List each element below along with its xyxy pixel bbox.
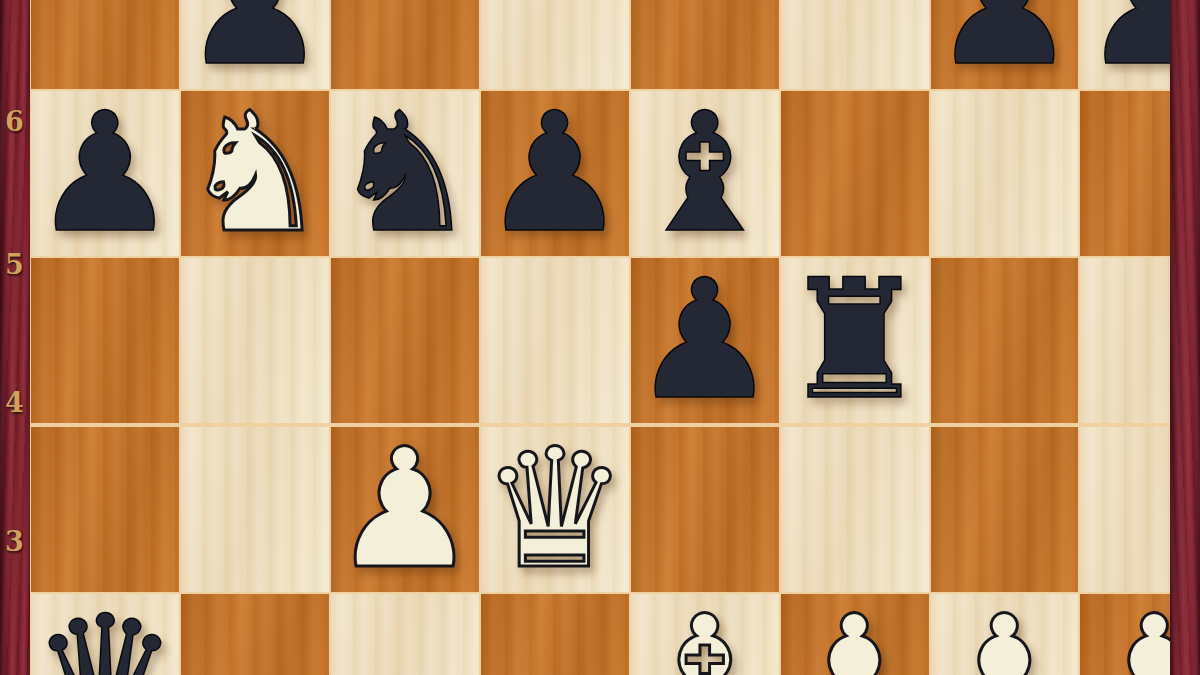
black-pawn-icon[interactable]: ♟: [931, 0, 1079, 89]
black-bishop-icon[interactable]: ♝: [631, 91, 779, 256]
square-c3[interactable]: ♟: [330, 426, 480, 593]
square-g3[interactable]: [930, 426, 1080, 593]
square-b6[interactable]: ♞: [180, 90, 330, 257]
square-e5[interactable]: ♟: [630, 257, 780, 424]
square-f6[interactable]: [780, 90, 930, 257]
white-queen-icon[interactable]: ♛: [481, 427, 629, 592]
square-a3[interactable]: [30, 426, 180, 593]
square-c2[interactable]: [330, 593, 480, 675]
square-f5[interactable]: ♜: [780, 257, 930, 424]
rank-label-6: 6: [0, 106, 29, 138]
board-frame-right: [1170, 0, 1200, 675]
square-a6[interactable]: ♟: [30, 90, 180, 257]
square-f3[interactable]: [780, 426, 930, 593]
square-f7[interactable]: [780, 0, 930, 90]
square-d5[interactable]: [480, 257, 630, 424]
square-b5[interactable]: [180, 257, 330, 424]
black-pawn-icon[interactable]: ♟: [481, 91, 629, 256]
square-b2[interactable]: [180, 593, 330, 675]
white-knight-icon[interactable]: ♞: [181, 91, 329, 256]
square-e3[interactable]: [630, 426, 780, 593]
black-knight-icon[interactable]: ♞: [331, 91, 479, 256]
square-e6[interactable]: ♝: [630, 90, 780, 257]
square-g2[interactable]: ♟: [930, 593, 1080, 675]
square-f2[interactable]: ♟: [780, 593, 930, 675]
rank-label-5: 5: [0, 249, 29, 281]
square-c5[interactable]: [330, 257, 480, 424]
black-pawn-icon[interactable]: ♟: [31, 91, 179, 256]
white-bishop-icon[interactable]: ♝: [631, 594, 779, 675]
black-queen-icon[interactable]: ♛: [31, 594, 179, 675]
square-g5[interactable]: [930, 257, 1080, 424]
square-e2[interactable]: ♝: [630, 593, 780, 675]
black-pawn-icon[interactable]: ♟: [181, 0, 329, 89]
rank-label-4: 4: [0, 387, 29, 419]
rank-label-3: 3: [0, 526, 29, 558]
square-d6[interactable]: ♟: [480, 90, 630, 257]
square-a5[interactable]: [30, 257, 180, 424]
square-c6[interactable]: ♞: [330, 90, 480, 257]
white-pawn-icon[interactable]: ♟: [331, 427, 479, 592]
square-d3[interactable]: ♛: [480, 426, 630, 593]
square-a2[interactable]: ♛: [30, 593, 180, 675]
chessboard-diagram: ♟♟♟♟♞♞♟♝♟♜♟♛♛♝♟♟♟ 6543: [0, 0, 1200, 675]
black-pawn-icon[interactable]: ♟: [631, 258, 779, 423]
white-pawn-icon[interactable]: ♟: [781, 594, 929, 675]
square-g6[interactable]: [930, 90, 1080, 257]
square-g7[interactable]: ♟: [930, 0, 1080, 90]
board-frame-left: [0, 0, 30, 675]
square-d2[interactable]: [480, 593, 630, 675]
black-rook-icon[interactable]: ♜: [781, 258, 929, 423]
square-b3[interactable]: [180, 426, 330, 593]
chess-board: ♟♟♟♟♞♞♟♝♟♜♟♛♛♝♟♟♟: [30, 0, 1170, 675]
white-pawn-icon[interactable]: ♟: [931, 594, 1079, 675]
